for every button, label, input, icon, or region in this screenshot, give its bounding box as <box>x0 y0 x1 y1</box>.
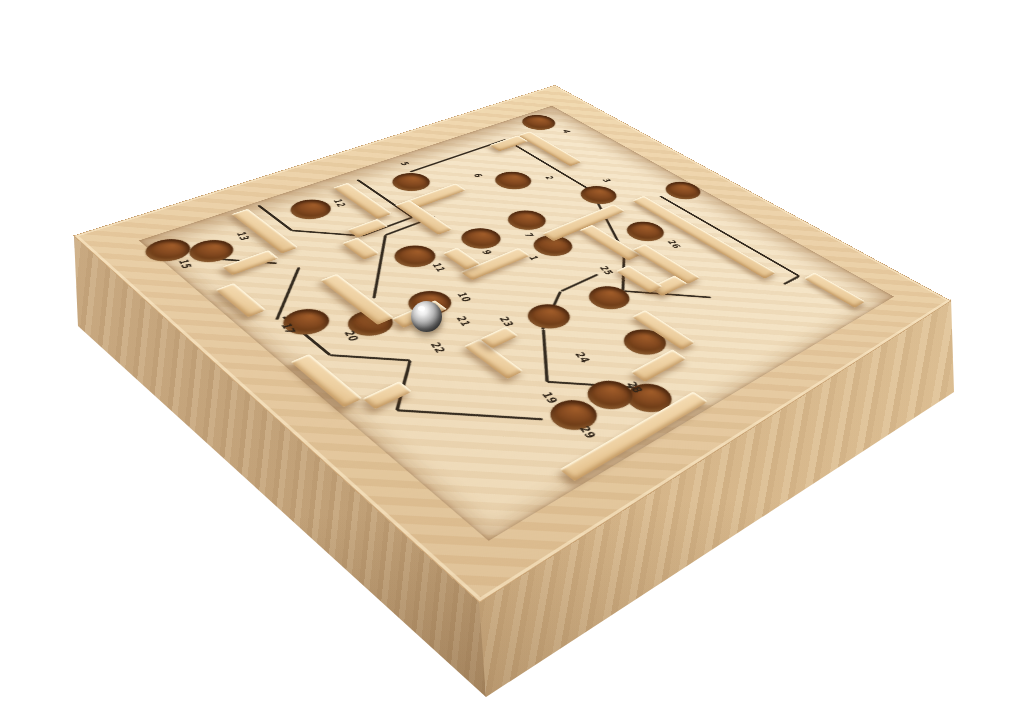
checkpoint-label: 20 <box>341 329 362 342</box>
checkpoint-label: 17 <box>278 322 299 335</box>
steel-ball <box>411 301 442 332</box>
checkpoint-label: 7 <box>521 232 536 238</box>
checkpoint-label: 9 <box>479 249 495 256</box>
checkpoint-label: 25 <box>597 265 616 276</box>
checkpoint-label: 6 <box>471 173 485 178</box>
checkpoint-label: 1 <box>526 255 542 262</box>
checkpoint-label: 29 <box>576 425 599 441</box>
checkpoint-label: 26 <box>664 239 683 249</box>
checkpoint-label: 28 <box>624 380 646 394</box>
checkpoint-label: 13 <box>234 231 253 242</box>
checkpoint-label: 21 <box>453 315 474 328</box>
board: 4326267159251110121315172021222324192928 <box>73 85 951 603</box>
checkpoint-label: 12 <box>331 198 349 208</box>
checkpoint-label: 23 <box>496 315 517 328</box>
checkpoint-label: 4 <box>560 129 573 134</box>
checkpoint-label: 15 <box>175 258 194 270</box>
checkpoint-label: 22 <box>428 341 449 354</box>
checkpoint-label: 11 <box>429 262 448 273</box>
checkpoint-label: 10 <box>454 291 474 303</box>
checkpoint-label: 19 <box>539 390 561 405</box>
labyrinth-photo: 4326267159251110121315172021222324192928 <box>0 0 1024 713</box>
checkpoint-label: 24 <box>572 351 593 364</box>
checkpoint-label: 2 <box>542 175 556 180</box>
checkpoint-label: 3 <box>600 178 614 183</box>
checkpoint-label: 5 <box>398 161 412 166</box>
